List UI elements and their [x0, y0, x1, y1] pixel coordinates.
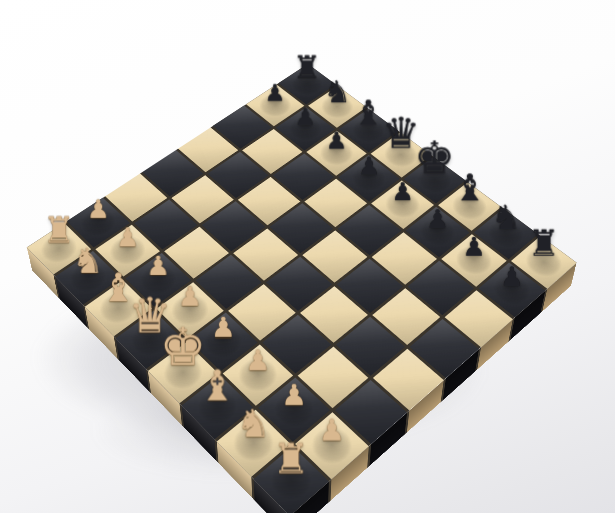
piece-glyph: ♟ [472, 262, 550, 289]
board-grid: ♜♞♝♛♚♝♞♜♟♟♟♟♟♟♟♟♟♟♟♟♟♟♟♟♜♞♝♛♚♝♞♜ [26, 64, 576, 513]
piece-glyph: ♝ [175, 364, 259, 406]
piece-glyph: ♟ [332, 153, 404, 178]
piece-glyph: ♟ [400, 205, 475, 231]
piece-glyph: ♜ [505, 225, 581, 261]
piece-glyph: ♜ [247, 438, 335, 480]
piece-glyph: ♟ [301, 128, 372, 152]
chess-board: ♜♞♝♛♚♝♞♜♟♟♟♟♟♟♟♟♟♟♟♟♟♟♟♟♜♞♝♛♚♝♞♜ [26, 64, 576, 513]
piece-glyph: ♟ [365, 179, 438, 204]
scene: ♜♞♝♛♚♝♞♜♟♟♟♟♟♟♟♟♟♟♟♟♟♟♟♟♜♞♝♛♚♝♞♜ [0, 0, 615, 513]
piece-glyph: ♟ [241, 81, 309, 104]
piece-glyph: ♟ [435, 233, 511, 259]
photo-backdrop: ♜♞♝♛♚♝♞♜♟♟♟♟♟♟♟♟♟♟♟♟♟♟♟♟♜♞♝♛♚♝♞♜ [0, 0, 615, 513]
piece-glyph: ♟ [270, 104, 339, 128]
